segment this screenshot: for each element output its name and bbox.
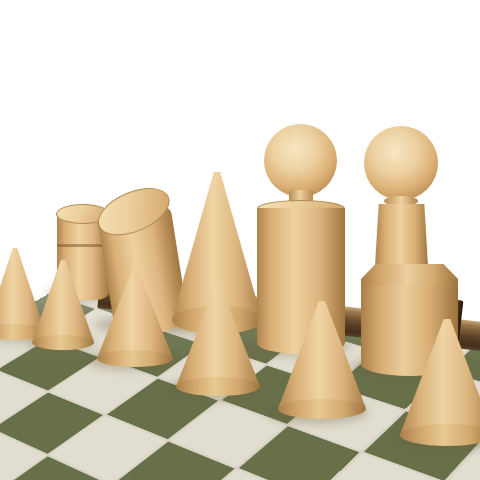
king-shoulder-flare	[361, 264, 458, 288]
white-pawn-cone-5[interactable]	[278, 301, 366, 419]
king-upper-column	[375, 204, 428, 266]
pawn-cone-body	[176, 287, 260, 386]
pawn-cone-base	[176, 377, 260, 396]
pawn-cone-body	[278, 301, 366, 408]
pawn-cone-base	[97, 350, 173, 367]
pawn-cone-body	[32, 260, 94, 342]
queen-sphere	[264, 124, 337, 197]
white-pawn-cone-4[interactable]	[176, 287, 260, 396]
pawn-cone-body	[400, 319, 480, 435]
pawn-cone-body	[97, 269, 173, 358]
white-pawn-cone-3[interactable]	[97, 269, 173, 367]
chess-photo-scene	[0, 0, 480, 480]
white-pawn-cone-2[interactable]	[32, 260, 94, 350]
pawn-cone-base	[278, 399, 366, 419]
pawn-cone-base	[400, 424, 480, 446]
white-pawn-cone-6[interactable]	[400, 319, 480, 446]
king-sphere	[364, 126, 438, 200]
pawn-cone-base	[32, 335, 94, 350]
